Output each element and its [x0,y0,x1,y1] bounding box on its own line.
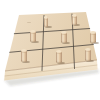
peg-r3c3[interactable] [85,49,91,61]
empty-hole-r1c1[interactable] [27,22,30,24]
peg-cap [85,48,91,51]
peg-cap [61,31,66,34]
peg-r1c2[interactable] [44,17,49,27]
peg-r2c1[interactable] [30,31,35,42]
peg-cap [72,14,77,17]
peg-r1c3[interactable] [72,15,77,25]
peg-cap [44,16,49,19]
peg-r3c2[interactable] [56,51,62,63]
peg-cap [56,50,62,53]
peg-cap [21,49,27,52]
peg-cap [90,31,95,34]
peg-r3c1[interactable] [21,50,27,62]
product-photo [0,0,100,100]
peg-r2c2[interactable] [61,32,66,43]
peg-r2c3[interactable] [90,32,95,43]
pegs-layer [0,0,100,100]
peg-cap [30,30,35,33]
